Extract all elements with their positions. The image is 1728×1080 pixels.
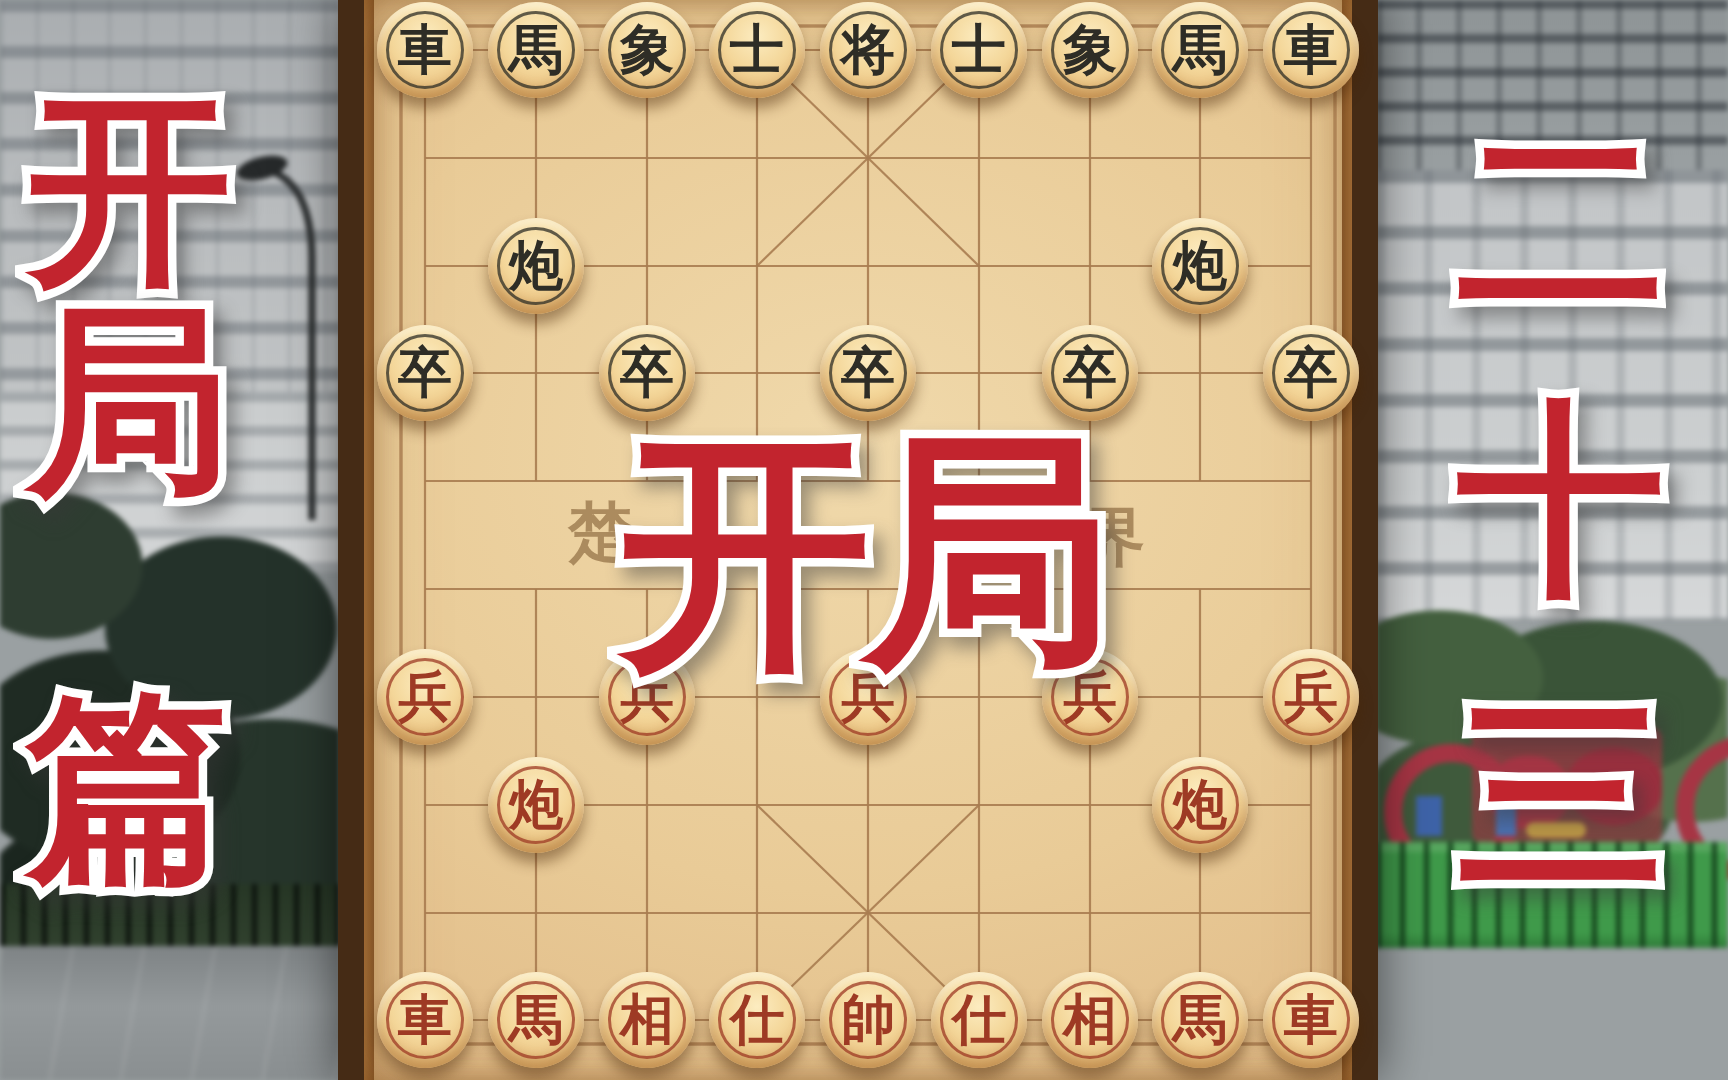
piece-red-cannon[interactable]: 炮 [488,757,584,853]
piece-glyph: 車 [1263,972,1359,1068]
center-title-char-2: 局 [862,427,1114,679]
piece-red-advisor[interactable]: 仕 [931,972,1027,1068]
piece-glyph: 炮 [488,757,584,853]
piece-glyph: 象 [599,2,695,98]
piece-black-soldier[interactable]: 卒 [377,325,473,421]
piece-black-elephant[interactable]: 象 [1042,2,1138,98]
piece-red-soldier[interactable]: 兵 [377,649,473,745]
piece-glyph: 将 [820,2,916,98]
piece-black-elephant[interactable]: 象 [599,2,695,98]
piece-black-general[interactable]: 将 [820,2,916,98]
piece-red-horse[interactable]: 馬 [488,972,584,1068]
piece-glyph: 車 [1263,2,1359,98]
video-frame: 楚 界 車馬象士将士象馬車炮炮卒卒卒卒卒兵兵兵兵兵炮炮車馬相仕帥仕相馬車 开 局… [0,0,1728,1080]
piece-glyph: 卒 [1263,325,1359,421]
piece-glyph: 仕 [931,972,1027,1068]
left-title-char-1: 开 [27,88,232,293]
blue-panel [1416,796,1442,836]
piece-black-cannon[interactable]: 炮 [488,218,584,314]
piece-glyph: 仕 [709,972,805,1068]
left-title-char-2: 局 [27,300,232,505]
piece-glyph: 馬 [1152,2,1248,98]
piece-red-elephant[interactable]: 相 [1042,972,1138,1068]
piece-black-advisor[interactable]: 士 [931,2,1027,98]
left-title-char-3: 篇 [26,685,231,890]
piece-red-horse[interactable]: 馬 [1152,972,1248,1068]
piece-glyph: 帥 [820,972,916,1068]
piece-black-chariot[interactable]: 車 [377,2,473,98]
piece-glyph: 兵 [377,649,473,745]
right-title-char-3: 三 [1457,691,1665,899]
piece-red-chariot[interactable]: 車 [1263,972,1359,1068]
center-title-char-1: 开 [619,427,871,679]
piece-glyph: 象 [1042,2,1138,98]
piece-glyph: 相 [1042,972,1138,1068]
piece-glyph: 馬 [488,2,584,98]
piece-glyph: 兵 [1263,649,1359,745]
piece-glyph: 馬 [488,972,584,1068]
piece-black-advisor[interactable]: 士 [709,2,805,98]
piece-red-cannon[interactable]: 炮 [1152,757,1248,853]
piece-black-horse[interactable]: 馬 [488,2,584,98]
wet-road [0,946,340,1080]
piece-red-chariot[interactable]: 車 [377,972,473,1068]
piece-red-elephant[interactable]: 相 [599,972,695,1068]
piece-glyph: 士 [931,2,1027,98]
wet-road [1376,942,1728,1080]
piece-glyph: 卒 [377,325,473,421]
piece-black-cannon[interactable]: 炮 [1152,218,1248,314]
piece-red-general[interactable]: 帥 [820,972,916,1068]
piece-glyph: 車 [377,972,473,1068]
piece-black-soldier[interactable]: 卒 [1263,325,1359,421]
piece-red-advisor[interactable]: 仕 [709,972,805,1068]
piece-glyph: 相 [599,972,695,1068]
right-title-char-1: 二 [1457,118,1665,326]
piece-black-chariot[interactable]: 車 [1263,2,1359,98]
piece-glyph: 炮 [1152,757,1248,853]
piece-glyph: 士 [709,2,805,98]
piece-glyph: 車 [377,2,473,98]
piece-glyph: 馬 [1152,972,1248,1068]
piece-red-soldier[interactable]: 兵 [1263,649,1359,745]
piece-glyph: 炮 [1152,218,1248,314]
right-title-char-2: 十 [1457,396,1665,604]
piece-glyph: 炮 [488,218,584,314]
piece-black-horse[interactable]: 馬 [1152,2,1248,98]
